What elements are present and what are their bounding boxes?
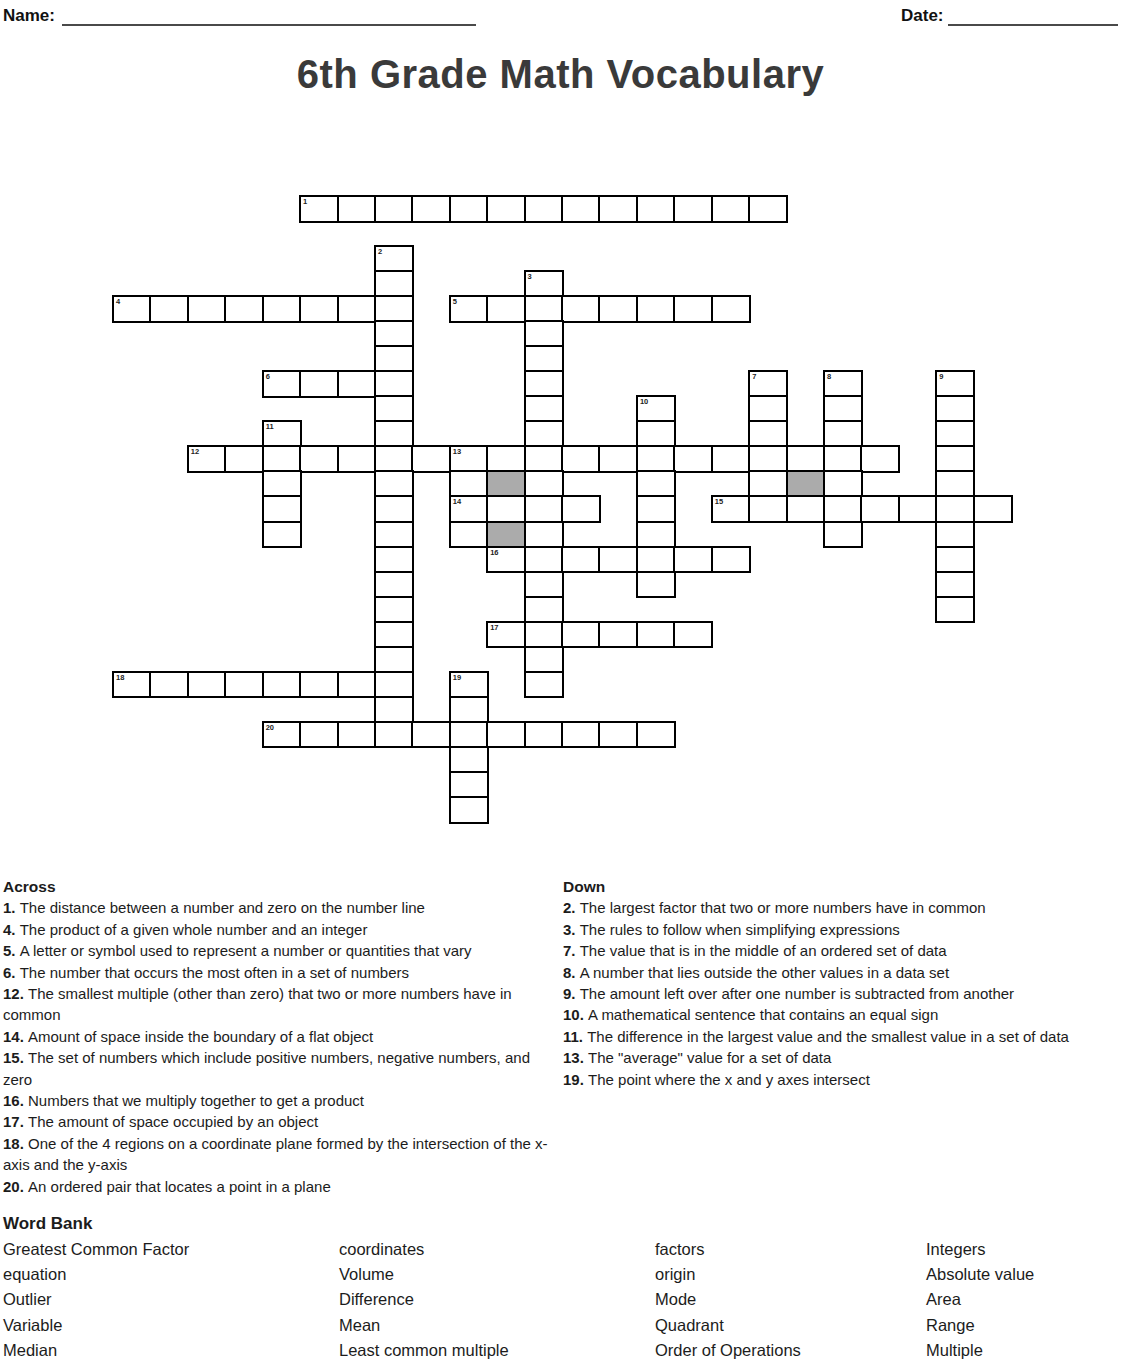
down-clues: Down 2. The largest factor that two or m… — [563, 876, 1121, 1090]
cell-number: 6 — [266, 372, 270, 381]
grid-cell[interactable] — [636, 721, 676, 749]
grid-cell[interactable] — [374, 320, 414, 348]
grid-cell[interactable]: 6 — [262, 370, 302, 398]
word-bank-item: Area — [926, 1290, 1118, 1315]
word-bank-item: Order of Operations — [655, 1341, 926, 1364]
grid-cell[interactable] — [748, 445, 788, 473]
grid-cell[interactable]: 7 — [748, 370, 788, 398]
grid-cell[interactable] — [748, 420, 788, 448]
grid-cell[interactable] — [524, 646, 564, 674]
down-clue-19: 19. The point where the x and y axes int… — [563, 1069, 1121, 1090]
grid-cell[interactable] — [636, 546, 676, 574]
down-heading: Down — [563, 876, 1121, 897]
grid-cell[interactable] — [524, 571, 564, 599]
grid-cell[interactable] — [411, 721, 451, 749]
word-bank-item: Volume — [339, 1265, 655, 1290]
grid-cell[interactable] — [673, 295, 713, 323]
grid-cell[interactable] — [561, 195, 601, 223]
grid-cell[interactable]: 14 — [449, 495, 489, 523]
grid-cell[interactable] — [711, 195, 751, 223]
grid-cell[interactable] — [636, 470, 676, 498]
grid-cell[interactable] — [149, 295, 189, 323]
grid-cell[interactable] — [823, 445, 863, 473]
grid-cell[interactable]: 8 — [823, 370, 863, 398]
cell-number: 5 — [453, 297, 457, 306]
across-clue-4: 4. The product of a given whole number a… — [3, 919, 563, 940]
down-clue-7: 7. The value that is in the middle of an… — [563, 940, 1121, 961]
grid-cell[interactable] — [786, 445, 826, 473]
grid-cell[interactable] — [299, 295, 339, 323]
grid-cell[interactable] — [374, 370, 414, 398]
across-clue-16: 16. Numbers that we multiply together to… — [3, 1090, 563, 1111]
grid-cell[interactable]: 18 — [112, 671, 152, 699]
word-bank-item: Greatest Common Factor — [3, 1240, 339, 1265]
cell-number: 14 — [453, 497, 461, 506]
word-bank-item: Integers — [926, 1240, 1118, 1265]
grid-cell[interactable] — [935, 395, 975, 423]
grid-cell[interactable]: 4 — [112, 295, 152, 323]
grid-cell[interactable] — [524, 370, 564, 398]
grid-cell[interactable] — [374, 295, 414, 323]
grid-cell[interactable] — [636, 621, 676, 649]
grid-cell[interactable] — [486, 195, 526, 223]
space-cell — [486, 521, 526, 549]
grid-cell[interactable] — [860, 445, 900, 473]
grid-cell[interactable] — [374, 671, 414, 699]
grid-cell[interactable] — [898, 495, 938, 523]
grid-cell[interactable] — [374, 521, 414, 549]
word-bank-item: equation — [3, 1265, 339, 1290]
grid-cell[interactable] — [374, 646, 414, 674]
grid-cell[interactable] — [262, 521, 302, 549]
grid-cell[interactable] — [561, 546, 601, 574]
grid-cell[interactable]: 10 — [636, 395, 676, 423]
grid-cell[interactable] — [449, 195, 489, 223]
grid-cell[interactable] — [598, 546, 638, 574]
cell-number: 13 — [453, 447, 461, 456]
grid-cell[interactable] — [673, 546, 713, 574]
grid-cell[interactable] — [337, 295, 377, 323]
grid-cell[interactable] — [486, 295, 526, 323]
across-clue-20: 20. An ordered pair that locates a point… — [3, 1176, 563, 1197]
word-bank-item: Variable — [3, 1316, 339, 1341]
across-clue-list: 1. The distance between a number and zer… — [3, 897, 563, 1197]
grid-cell[interactable] — [935, 495, 975, 523]
grid-cell[interactable] — [935, 571, 975, 599]
grid-cell[interactable] — [524, 470, 564, 498]
grid-cell[interactable] — [337, 370, 377, 398]
grid-cell[interactable] — [561, 621, 601, 649]
grid-cell[interactable]: 12 — [187, 445, 227, 473]
grid-cell[interactable] — [935, 420, 975, 448]
grid-cell[interactable] — [486, 495, 526, 523]
grid-cell[interactable] — [374, 546, 414, 574]
cell-number: 8 — [827, 372, 831, 381]
word-bank-item: Least common multiple — [339, 1341, 655, 1364]
across-clue-17: 17. The amount of space occupied by an o… — [3, 1111, 563, 1132]
grid-cell[interactable] — [374, 420, 414, 448]
grid-cell[interactable] — [374, 395, 414, 423]
grid-cell[interactable] — [149, 671, 189, 699]
grid-cell[interactable] — [411, 195, 451, 223]
space-cell — [786, 470, 826, 498]
grid-cell[interactable] — [449, 470, 489, 498]
grid-cell[interactable] — [449, 796, 489, 824]
grid-cell[interactable]: 3 — [524, 270, 564, 298]
word-bank-item: Difference — [339, 1290, 655, 1315]
name-label: Name: — [3, 6, 55, 26]
across-clue-5: 5. A letter or symbol used to represent … — [3, 940, 563, 961]
grid-cell[interactable] — [374, 345, 414, 373]
across-heading: Across — [3, 876, 563, 897]
grid-cell[interactable] — [786, 495, 826, 523]
grid-cell[interactable] — [748, 495, 788, 523]
grid-cell[interactable] — [935, 445, 975, 473]
grid-cell[interactable] — [449, 721, 489, 749]
cell-number: 9 — [939, 372, 943, 381]
grid-cell[interactable] — [711, 546, 751, 574]
grid-cell[interactable] — [449, 771, 489, 799]
word-bank-item: origin — [655, 1265, 926, 1290]
grid-cell[interactable] — [187, 671, 227, 699]
grid-cell[interactable] — [299, 721, 339, 749]
down-clue-9: 9. The amount left over after one number… — [563, 983, 1121, 1004]
grid-cell[interactable]: 15 — [711, 495, 751, 523]
grid-cell[interactable] — [374, 596, 414, 624]
cell-number: 17 — [490, 623, 498, 632]
down-clue-3: 3. The rules to follow when simplifying … — [563, 919, 1121, 940]
word-bank-item: Quadrant — [655, 1316, 926, 1341]
grid-cell[interactable]: 13 — [449, 445, 489, 473]
grid-cell[interactable] — [636, 495, 676, 523]
grid-cell[interactable] — [449, 521, 489, 549]
grid-cell[interactable] — [299, 370, 339, 398]
across-clue-1: 1. The distance between a number and zer… — [3, 897, 563, 918]
grid-cell[interactable] — [374, 721, 414, 749]
down-clue-13: 13. The "average" value for a set of dat… — [563, 1047, 1121, 1068]
grid-cell[interactable] — [973, 495, 1013, 523]
grid-cell[interactable] — [748, 195, 788, 223]
grid-cell[interactable] — [636, 445, 676, 473]
grid-cell[interactable] — [299, 671, 339, 699]
grid-cell[interactable] — [748, 470, 788, 498]
page-title: 6th Grade Math Vocabulary — [0, 52, 1121, 97]
word-bank-item: Range — [926, 1316, 1118, 1341]
grid-cell[interactable] — [374, 445, 414, 473]
cell-number: 15 — [715, 497, 723, 506]
grid-cell[interactable] — [598, 621, 638, 649]
word-bank-item: Mean — [339, 1316, 655, 1341]
cell-number: 3 — [528, 272, 532, 281]
grid-cell[interactable] — [224, 295, 264, 323]
grid-cell[interactable] — [262, 445, 302, 473]
grid-cell[interactable] — [486, 445, 526, 473]
grid-cell[interactable] — [374, 571, 414, 599]
grid-cell[interactable] — [337, 195, 377, 223]
grid-cell[interactable] — [935, 470, 975, 498]
grid-cell[interactable] — [524, 495, 564, 523]
grid-cell[interactable] — [449, 696, 489, 724]
grid-cell[interactable] — [636, 420, 676, 448]
grid-cell[interactable] — [224, 445, 264, 473]
grid-cell[interactable] — [524, 521, 564, 549]
grid-cell[interactable] — [524, 295, 564, 323]
grid-cell[interactable] — [598, 295, 638, 323]
grid-cell[interactable] — [262, 470, 302, 498]
grid-cell[interactable] — [262, 295, 302, 323]
grid-cell[interactable]: 1 — [299, 195, 339, 223]
across-clue-18: 18. One of the 4 regions on a coordinate… — [3, 1133, 563, 1176]
grid-cell[interactable]: 5 — [449, 295, 489, 323]
grid-cell[interactable] — [711, 445, 751, 473]
cell-number: 12 — [191, 447, 199, 456]
grid-cell[interactable] — [636, 521, 676, 549]
grid-cell[interactable] — [524, 596, 564, 624]
across-clue-15: 15. The set of numbers which include pos… — [3, 1047, 563, 1090]
cell-number: 16 — [490, 548, 498, 557]
down-clue-11: 11. The difference in the largest value … — [563, 1026, 1121, 1047]
grid-cell[interactable] — [673, 195, 713, 223]
word-bank-item: factors — [655, 1240, 926, 1265]
date-label: Date: — [901, 6, 944, 26]
word-bank-item: Multiple — [926, 1341, 1118, 1364]
grid-cell[interactable] — [449, 746, 489, 774]
grid-cell[interactable] — [187, 295, 227, 323]
grid-cell[interactable] — [374, 495, 414, 523]
grid-cell[interactable] — [561, 445, 601, 473]
grid-cell[interactable] — [524, 671, 564, 699]
cell-number: 10 — [640, 397, 648, 406]
grid-cell[interactable]: 9 — [935, 370, 975, 398]
grid-cell[interactable] — [337, 721, 377, 749]
cell-number: 18 — [116, 673, 124, 682]
grid-cell[interactable] — [374, 470, 414, 498]
grid-cell[interactable] — [823, 495, 863, 523]
grid-cell[interactable] — [673, 445, 713, 473]
word-bank-item: Mode — [655, 1290, 926, 1315]
grid-cell[interactable] — [935, 596, 975, 624]
grid-cell[interactable] — [524, 195, 564, 223]
cell-number: 1 — [303, 197, 307, 206]
grid-cell[interactable] — [711, 295, 751, 323]
grid-cell[interactable]: 2 — [374, 245, 414, 273]
grid-cell[interactable] — [823, 395, 863, 423]
across-clue-12: 12. The smallest multiple (other than ze… — [3, 983, 563, 1026]
grid-cell[interactable] — [860, 495, 900, 523]
grid-cell[interactable] — [337, 445, 377, 473]
grid-cell[interactable] — [224, 671, 264, 699]
grid-cell[interactable] — [411, 445, 451, 473]
grid-cell[interactable]: 17 — [486, 621, 526, 649]
grid-cell[interactable] — [823, 470, 863, 498]
down-clue-8: 8. A number that lies outside the other … — [563, 962, 1121, 983]
grid-cell[interactable] — [673, 621, 713, 649]
grid-cell[interactable] — [374, 195, 414, 223]
grid-cell[interactable] — [636, 571, 676, 599]
grid-cell[interactable] — [262, 671, 302, 699]
down-clue-list: 2. The largest factor that two or more n… — [563, 897, 1121, 1090]
word-bank-item: Outlier — [3, 1290, 339, 1315]
word-bank-heading: Word Bank — [3, 1214, 92, 1234]
grid-cell[interactable] — [598, 721, 638, 749]
grid-cell[interactable] — [524, 445, 564, 473]
grid-cell[interactable] — [598, 445, 638, 473]
grid-cell[interactable] — [524, 345, 564, 373]
grid-cell[interactable] — [823, 521, 863, 549]
name-blank-line — [62, 24, 476, 26]
date-blank-line — [948, 24, 1118, 26]
grid-cell[interactable] — [524, 395, 564, 423]
cell-number: 11 — [266, 422, 274, 431]
grid-cell[interactable] — [935, 521, 975, 549]
grid-cell[interactable]: 16 — [486, 546, 526, 574]
grid-cell[interactable]: 11 — [262, 420, 302, 448]
grid-cell[interactable] — [374, 696, 414, 724]
grid-cell[interactable] — [636, 295, 676, 323]
word-bank-item: Absolute value — [926, 1265, 1118, 1290]
word-bank-item: coordinates — [339, 1240, 655, 1265]
grid-cell[interactable] — [561, 495, 601, 523]
grid-cell[interactable] — [337, 671, 377, 699]
grid-cell[interactable] — [561, 721, 601, 749]
cell-number: 20 — [266, 723, 274, 732]
across-clue-14: 14. Amount of space inside the boundary … — [3, 1026, 563, 1047]
grid-cell[interactable] — [374, 621, 414, 649]
grid-cell[interactable] — [524, 420, 564, 448]
grid-cell[interactable] — [299, 445, 339, 473]
grid-cell[interactable] — [935, 546, 975, 574]
grid-cell[interactable]: 19 — [449, 671, 489, 699]
across-clues: Across 1. The distance between a number … — [3, 876, 563, 1197]
down-clue-2: 2. The largest factor that two or more n… — [563, 897, 1121, 918]
cell-number: 7 — [752, 372, 756, 381]
grid-cell[interactable] — [486, 721, 526, 749]
word-bank-item: Median — [3, 1341, 339, 1364]
grid-cell[interactable] — [823, 420, 863, 448]
cell-number: 2 — [378, 247, 382, 256]
crossword-grid: 1234567891011121314151617181920 — [112, 195, 1013, 824]
grid-cell[interactable] — [524, 721, 564, 749]
grid-cell[interactable] — [748, 395, 788, 423]
space-cell — [486, 470, 526, 498]
grid-cell[interactable] — [262, 495, 302, 523]
grid-cell[interactable] — [524, 546, 564, 574]
grid-cell[interactable] — [561, 295, 601, 323]
grid-cell[interactable] — [598, 195, 638, 223]
cell-number: 19 — [453, 673, 461, 682]
grid-cell[interactable] — [524, 320, 564, 348]
across-clue-6: 6. The number that occurs the most often… — [3, 962, 563, 983]
grid-cell[interactable] — [524, 621, 564, 649]
grid-cell[interactable] — [636, 195, 676, 223]
grid-cell[interactable]: 20 — [262, 721, 302, 749]
cell-number: 4 — [116, 297, 120, 306]
grid-cell[interactable] — [374, 270, 414, 298]
down-clue-10: 10. A mathematical sentence that contain… — [563, 1004, 1121, 1025]
word-bank-list: Greatest Common Factorcoordinatesfactors… — [3, 1240, 1118, 1364]
